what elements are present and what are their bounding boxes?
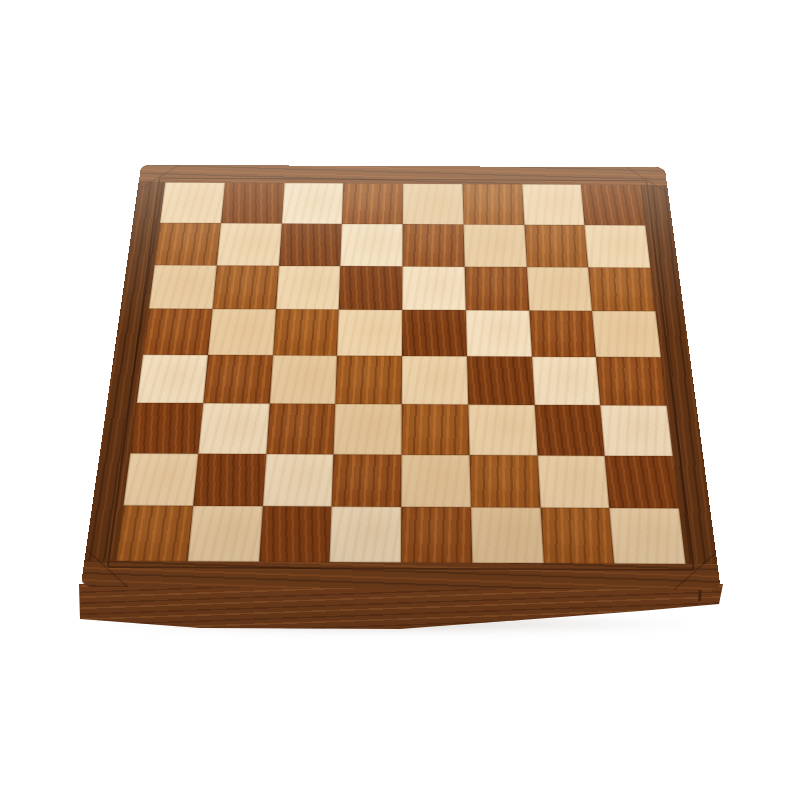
square-b8 (221, 183, 284, 224)
square-f7 (463, 224, 526, 266)
square-f5 (466, 310, 532, 356)
square-f8 (462, 184, 524, 225)
square-e1 (401, 507, 472, 563)
square-c2 (262, 454, 333, 507)
square-f3 (468, 404, 537, 455)
square-b7 (217, 223, 282, 265)
square-h2 (605, 455, 679, 508)
square-d5 (337, 310, 402, 356)
square-h5 (592, 311, 661, 357)
frame-rail-front (81, 561, 721, 590)
square-f4 (467, 356, 534, 404)
square-h6 (588, 267, 655, 311)
board-frame (81, 165, 721, 590)
square-g7 (524, 225, 588, 267)
board-grid (116, 182, 685, 564)
square-e2 (401, 454, 470, 507)
square-a1 (116, 506, 193, 562)
square-h1 (610, 508, 686, 564)
square-e8 (403, 184, 464, 225)
square-e3 (401, 404, 469, 455)
square-b2 (193, 453, 266, 506)
square-d4 (336, 356, 402, 404)
square-d2 (332, 454, 402, 507)
chess-board (81, 165, 721, 590)
square-a7 (155, 223, 221, 265)
square-f1 (471, 507, 544, 563)
square-b4 (203, 355, 272, 403)
square-g5 (529, 311, 596, 357)
square-h4 (596, 357, 666, 405)
square-b3 (198, 403, 269, 454)
square-c4 (269, 355, 337, 403)
square-b1 (187, 506, 262, 562)
square-h7 (585, 225, 651, 267)
square-e4 (402, 356, 468, 404)
square-h8 (581, 185, 645, 226)
square-a4 (137, 355, 208, 403)
square-h3 (600, 405, 672, 456)
square-c8 (281, 183, 343, 224)
square-c3 (266, 403, 336, 454)
square-e7 (402, 224, 464, 266)
square-d3 (334, 404, 402, 455)
square-g2 (537, 455, 609, 508)
square-e6 (402, 266, 465, 310)
square-c7 (279, 223, 342, 265)
square-a2 (123, 453, 198, 506)
square-f6 (464, 266, 528, 310)
square-c1 (259, 506, 332, 562)
square-c5 (273, 309, 339, 355)
square-a6 (149, 265, 217, 309)
photo-background (0, 0, 800, 800)
square-a3 (130, 403, 203, 454)
square-a5 (143, 309, 212, 355)
square-c6 (276, 265, 341, 309)
square-f2 (469, 455, 540, 508)
square-d8 (342, 183, 403, 224)
square-a8 (160, 182, 225, 223)
square-g8 (522, 184, 585, 225)
square-d7 (341, 224, 403, 266)
square-d1 (330, 507, 401, 563)
square-g3 (534, 405, 605, 456)
square-d6 (339, 266, 403, 310)
square-g6 (526, 267, 592, 311)
square-g4 (531, 357, 600, 405)
square-e5 (402, 310, 467, 356)
square-g1 (540, 508, 614, 564)
square-b6 (212, 265, 278, 309)
square-b5 (208, 309, 276, 355)
